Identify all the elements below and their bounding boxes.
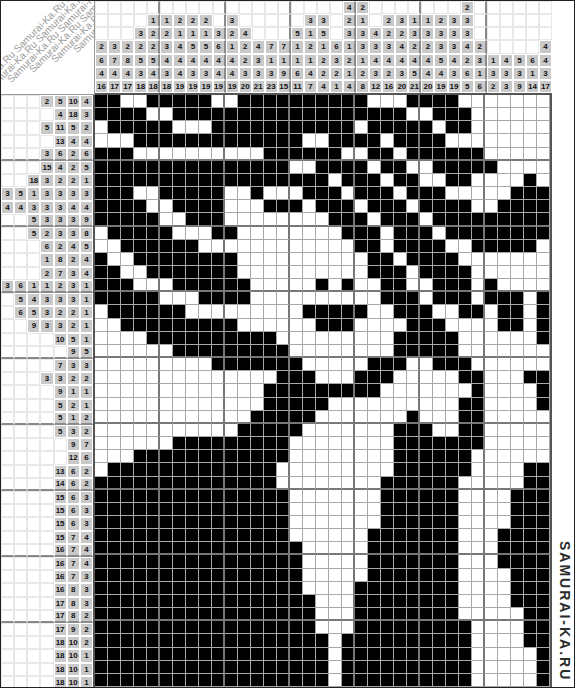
cell-r42-c35[interactable] bbox=[537, 634, 550, 647]
cell-r10-c30[interactable] bbox=[472, 213, 485, 226]
cell-r37-c18[interactable] bbox=[316, 569, 329, 582]
cell-r26-c27[interactable] bbox=[433, 424, 446, 437]
cell-r3-c9[interactable] bbox=[199, 121, 212, 134]
cell-r18-c7[interactable] bbox=[173, 319, 186, 332]
cell-r30-c18[interactable] bbox=[316, 477, 329, 490]
cell-r12-c31[interactable] bbox=[485, 240, 498, 253]
cell-r39-c23[interactable] bbox=[381, 595, 394, 608]
cell-r9-c10[interactable] bbox=[212, 200, 225, 213]
cell-r7-c28[interactable] bbox=[446, 174, 459, 187]
cell-r31-c28[interactable] bbox=[446, 490, 459, 503]
cell-r1-c4[interactable] bbox=[134, 95, 147, 108]
cell-r29-c21[interactable] bbox=[355, 463, 368, 476]
cell-r1-c28[interactable] bbox=[446, 95, 459, 108]
cell-r25-c7[interactable] bbox=[173, 411, 186, 424]
cell-r12-c28[interactable] bbox=[446, 240, 459, 253]
cell-r24-c29[interactable] bbox=[459, 398, 472, 411]
cell-r19-c13[interactable] bbox=[251, 332, 264, 345]
cell-r44-c4[interactable] bbox=[134, 661, 147, 674]
cell-r33-c25[interactable] bbox=[407, 516, 420, 529]
cell-r20-c16[interactable] bbox=[290, 345, 303, 358]
cell-r26-c5[interactable] bbox=[147, 424, 160, 437]
cell-r25-c18[interactable] bbox=[316, 411, 329, 424]
cell-r20-c29[interactable] bbox=[459, 345, 472, 358]
cell-r22-c24[interactable] bbox=[394, 371, 407, 384]
cell-r9-c21[interactable] bbox=[355, 200, 368, 213]
cell-r40-c30[interactable] bbox=[472, 608, 485, 621]
cell-r14-c8[interactable] bbox=[186, 266, 199, 279]
cell-r43-c8[interactable] bbox=[186, 648, 199, 661]
cell-r5-c20[interactable] bbox=[342, 148, 355, 161]
cell-r29-c26[interactable] bbox=[420, 463, 433, 476]
cell-r37-c33[interactable] bbox=[511, 569, 524, 582]
cell-r31-c22[interactable] bbox=[368, 490, 381, 503]
cell-r41-c15[interactable] bbox=[277, 621, 290, 634]
cell-r10-c9[interactable] bbox=[199, 213, 212, 226]
cell-r14-c30[interactable] bbox=[472, 266, 485, 279]
cell-r38-c11[interactable] bbox=[225, 582, 238, 595]
cell-r34-c6[interactable] bbox=[160, 529, 173, 542]
cell-r15-c3[interactable] bbox=[121, 279, 134, 292]
cell-r22-c15[interactable] bbox=[277, 371, 290, 384]
cell-r8-c5[interactable] bbox=[147, 187, 160, 200]
cell-r30-c12[interactable] bbox=[238, 477, 251, 490]
cell-r5-c35[interactable] bbox=[537, 148, 550, 161]
cell-r25-c20[interactable] bbox=[342, 411, 355, 424]
cell-r34-c26[interactable] bbox=[420, 529, 433, 542]
cell-r8-c31[interactable] bbox=[485, 187, 498, 200]
cell-r40-c3[interactable] bbox=[121, 608, 134, 621]
cell-r31-c14[interactable] bbox=[264, 490, 277, 503]
cell-r38-c29[interactable] bbox=[459, 582, 472, 595]
cell-r25-c11[interactable] bbox=[225, 411, 238, 424]
cell-r1-c20[interactable] bbox=[342, 95, 355, 108]
cell-r16-c13[interactable] bbox=[251, 292, 264, 305]
cell-r20-c13[interactable] bbox=[251, 345, 264, 358]
cell-r32-c29[interactable] bbox=[459, 503, 472, 516]
cell-r25-c22[interactable] bbox=[368, 411, 381, 424]
cell-r41-c20[interactable] bbox=[342, 621, 355, 634]
cell-r19-c3[interactable] bbox=[121, 332, 134, 345]
cell-r3-c20[interactable] bbox=[342, 121, 355, 134]
cell-r40-c15[interactable] bbox=[277, 608, 290, 621]
cell-r24-c18[interactable] bbox=[316, 398, 329, 411]
cell-r23-c34[interactable] bbox=[524, 384, 537, 397]
cell-r10-c8[interactable] bbox=[186, 213, 199, 226]
cell-r44-c26[interactable] bbox=[420, 661, 433, 674]
cell-r33-c29[interactable] bbox=[459, 516, 472, 529]
cell-r36-c14[interactable] bbox=[264, 555, 277, 568]
cell-r22-c9[interactable] bbox=[199, 371, 212, 384]
cell-r17-c23[interactable] bbox=[381, 305, 394, 318]
cell-r41-c8[interactable] bbox=[186, 621, 199, 634]
cell-r5-c32[interactable] bbox=[498, 148, 511, 161]
cell-r22-c33[interactable] bbox=[511, 371, 524, 384]
cell-r24-c20[interactable] bbox=[342, 398, 355, 411]
cell-r25-c12[interactable] bbox=[238, 411, 251, 424]
cell-r23-c25[interactable] bbox=[407, 384, 420, 397]
cell-r32-c4[interactable] bbox=[134, 503, 147, 516]
cell-r41-c21[interactable] bbox=[355, 621, 368, 634]
cell-r43-c22[interactable] bbox=[368, 648, 381, 661]
cell-r8-c19[interactable] bbox=[329, 187, 342, 200]
cell-r8-c10[interactable] bbox=[212, 187, 225, 200]
cell-r6-c10[interactable] bbox=[212, 161, 225, 174]
cell-r41-c6[interactable] bbox=[160, 621, 173, 634]
cell-r28-c35[interactable] bbox=[537, 450, 550, 463]
cell-r9-c5[interactable] bbox=[147, 200, 160, 213]
cell-r24-c31[interactable] bbox=[485, 398, 498, 411]
cell-r26-c24[interactable] bbox=[394, 424, 407, 437]
cell-r6-c13[interactable] bbox=[251, 161, 264, 174]
cell-r18-c4[interactable] bbox=[134, 319, 147, 332]
cell-r16-c14[interactable] bbox=[264, 292, 277, 305]
cell-r29-c22[interactable] bbox=[368, 463, 381, 476]
cell-r29-c5[interactable] bbox=[147, 463, 160, 476]
cell-r40-c10[interactable] bbox=[212, 608, 225, 621]
cell-r12-c2[interactable] bbox=[108, 240, 121, 253]
cell-r43-c30[interactable] bbox=[472, 648, 485, 661]
cell-r11-c8[interactable] bbox=[186, 227, 199, 240]
cell-r36-c31[interactable] bbox=[485, 555, 498, 568]
cell-r2-c5[interactable] bbox=[147, 108, 160, 121]
cell-r44-c10[interactable] bbox=[212, 661, 225, 674]
cell-r32-c19[interactable] bbox=[329, 503, 342, 516]
cell-r35-c1[interactable] bbox=[95, 542, 108, 555]
cell-r34-c22[interactable] bbox=[368, 529, 381, 542]
cell-r18-c17[interactable] bbox=[303, 319, 316, 332]
cell-r16-c27[interactable] bbox=[433, 292, 446, 305]
cell-r3-c31[interactable] bbox=[485, 121, 498, 134]
cell-r45-c3[interactable] bbox=[121, 674, 134, 687]
cell-r39-c24[interactable] bbox=[394, 595, 407, 608]
cell-r5-c16[interactable] bbox=[290, 148, 303, 161]
cell-r19-c33[interactable] bbox=[511, 332, 524, 345]
cell-r1-c16[interactable] bbox=[290, 95, 303, 108]
cell-r42-c11[interactable] bbox=[225, 634, 238, 647]
cell-r21-c35[interactable] bbox=[537, 358, 550, 371]
cell-r34-c24[interactable] bbox=[394, 529, 407, 542]
cell-r20-c6[interactable] bbox=[160, 345, 173, 358]
cell-r2-c20[interactable] bbox=[342, 108, 355, 121]
cell-r40-c26[interactable] bbox=[420, 608, 433, 621]
cell-r3-c16[interactable] bbox=[290, 121, 303, 134]
cell-r1-c9[interactable] bbox=[199, 95, 212, 108]
cell-r7-c23[interactable] bbox=[381, 174, 394, 187]
cell-r24-c17[interactable] bbox=[303, 398, 316, 411]
cell-r32-c28[interactable] bbox=[446, 503, 459, 516]
cell-r32-c15[interactable] bbox=[277, 503, 290, 516]
cell-r9-c34[interactable] bbox=[524, 200, 537, 213]
cell-r33-c30[interactable] bbox=[472, 516, 485, 529]
cell-r26-c1[interactable] bbox=[95, 424, 108, 437]
cell-r33-c20[interactable] bbox=[342, 516, 355, 529]
cell-r3-c34[interactable] bbox=[524, 121, 537, 134]
cell-r42-c24[interactable] bbox=[394, 634, 407, 647]
cell-r19-c28[interactable] bbox=[446, 332, 459, 345]
cell-r33-c32[interactable] bbox=[498, 516, 511, 529]
cell-r3-c8[interactable] bbox=[186, 121, 199, 134]
cell-r42-c20[interactable] bbox=[342, 634, 355, 647]
cell-r20-c14[interactable] bbox=[264, 345, 277, 358]
cell-r16-c15[interactable] bbox=[277, 292, 290, 305]
cell-r32-c1[interactable] bbox=[95, 503, 108, 516]
cell-r36-c8[interactable] bbox=[186, 555, 199, 568]
cell-r10-c29[interactable] bbox=[459, 213, 472, 226]
cell-r29-c10[interactable] bbox=[212, 463, 225, 476]
cell-r12-c11[interactable] bbox=[225, 240, 238, 253]
cell-r12-c12[interactable] bbox=[238, 240, 251, 253]
cell-r39-c34[interactable] bbox=[524, 595, 537, 608]
cell-r14-c33[interactable] bbox=[511, 266, 524, 279]
cell-r39-c2[interactable] bbox=[108, 595, 121, 608]
cell-r45-c19[interactable] bbox=[329, 674, 342, 687]
cell-r28-c5[interactable] bbox=[147, 450, 160, 463]
cell-r26-c4[interactable] bbox=[134, 424, 147, 437]
cell-r10-c31[interactable] bbox=[485, 213, 498, 226]
cell-r43-c23[interactable] bbox=[381, 648, 394, 661]
cell-r3-c17[interactable] bbox=[303, 121, 316, 134]
cell-r34-c33[interactable] bbox=[511, 529, 524, 542]
cell-r7-c26[interactable] bbox=[420, 174, 433, 187]
cell-r2-c12[interactable] bbox=[238, 108, 251, 121]
cell-r44-c18[interactable] bbox=[316, 661, 329, 674]
cell-r27-c1[interactable] bbox=[95, 437, 108, 450]
cell-r2-c8[interactable] bbox=[186, 108, 199, 121]
cell-r28-c24[interactable] bbox=[394, 450, 407, 463]
cell-r1-c23[interactable] bbox=[381, 95, 394, 108]
cell-r1-c22[interactable] bbox=[368, 95, 381, 108]
cell-r5-c22[interactable] bbox=[368, 148, 381, 161]
cell-r13-c35[interactable] bbox=[537, 253, 550, 266]
cell-r8-c29[interactable] bbox=[459, 187, 472, 200]
cell-r26-c11[interactable] bbox=[225, 424, 238, 437]
cell-r7-c20[interactable] bbox=[342, 174, 355, 187]
cell-r38-c10[interactable] bbox=[212, 582, 225, 595]
cell-r9-c29[interactable] bbox=[459, 200, 472, 213]
cell-r21-c3[interactable] bbox=[121, 358, 134, 371]
cell-r34-c27[interactable] bbox=[433, 529, 446, 542]
cell-r31-c17[interactable] bbox=[303, 490, 316, 503]
cell-r45-c2[interactable] bbox=[108, 674, 121, 687]
cell-r37-c3[interactable] bbox=[121, 569, 134, 582]
cell-r9-c8[interactable] bbox=[186, 200, 199, 213]
cell-r38-c20[interactable] bbox=[342, 582, 355, 595]
cell-r26-c13[interactable] bbox=[251, 424, 264, 437]
cell-r44-c7[interactable] bbox=[173, 661, 186, 674]
cell-r41-c16[interactable] bbox=[290, 621, 303, 634]
cell-r38-c12[interactable] bbox=[238, 582, 251, 595]
cell-r18-c24[interactable] bbox=[394, 319, 407, 332]
cell-r8-c23[interactable] bbox=[381, 187, 394, 200]
cell-r22-c25[interactable] bbox=[407, 371, 420, 384]
cell-r22-c3[interactable] bbox=[121, 371, 134, 384]
cell-r25-c5[interactable] bbox=[147, 411, 160, 424]
cell-r8-c4[interactable] bbox=[134, 187, 147, 200]
cell-r4-c9[interactable] bbox=[199, 134, 212, 147]
cell-r43-c34[interactable] bbox=[524, 648, 537, 661]
cell-r34-c25[interactable] bbox=[407, 529, 420, 542]
cell-r4-c28[interactable] bbox=[446, 134, 459, 147]
cell-r34-c16[interactable] bbox=[290, 529, 303, 542]
cell-r44-c24[interactable] bbox=[394, 661, 407, 674]
cell-r36-c7[interactable] bbox=[173, 555, 186, 568]
cell-r31-c29[interactable] bbox=[459, 490, 472, 503]
cell-r27-c22[interactable] bbox=[368, 437, 381, 450]
cell-r23-c33[interactable] bbox=[511, 384, 524, 397]
cell-r42-c34[interactable] bbox=[524, 634, 537, 647]
cell-r27-c34[interactable] bbox=[524, 437, 537, 450]
cell-r23-c22[interactable] bbox=[368, 384, 381, 397]
cell-r41-c27[interactable] bbox=[433, 621, 446, 634]
cell-r3-c24[interactable] bbox=[394, 121, 407, 134]
cell-r32-c17[interactable] bbox=[303, 503, 316, 516]
cell-r27-c3[interactable] bbox=[121, 437, 134, 450]
cell-r25-c28[interactable] bbox=[446, 411, 459, 424]
cell-r5-c28[interactable] bbox=[446, 148, 459, 161]
cell-r34-c3[interactable] bbox=[121, 529, 134, 542]
cell-r11-c3[interactable] bbox=[121, 227, 134, 240]
cell-r26-c19[interactable] bbox=[329, 424, 342, 437]
cell-r2-c14[interactable] bbox=[264, 108, 277, 121]
cell-r7-c1[interactable] bbox=[95, 174, 108, 187]
cell-r45-c7[interactable] bbox=[173, 674, 186, 687]
cell-r5-c14[interactable] bbox=[264, 148, 277, 161]
cell-r21-c23[interactable] bbox=[381, 358, 394, 371]
cell-r1-c26[interactable] bbox=[420, 95, 433, 108]
cell-r42-c17[interactable] bbox=[303, 634, 316, 647]
cell-r22-c4[interactable] bbox=[134, 371, 147, 384]
cell-r31-c25[interactable] bbox=[407, 490, 420, 503]
cell-r4-c33[interactable] bbox=[511, 134, 524, 147]
cell-r6-c19[interactable] bbox=[329, 161, 342, 174]
cell-r41-c25[interactable] bbox=[407, 621, 420, 634]
cell-r17-c26[interactable] bbox=[420, 305, 433, 318]
cell-r4-c13[interactable] bbox=[251, 134, 264, 147]
cell-r4-c6[interactable] bbox=[160, 134, 173, 147]
cell-r1-c10[interactable] bbox=[212, 95, 225, 108]
cell-r41-c7[interactable] bbox=[173, 621, 186, 634]
cell-r45-c14[interactable] bbox=[264, 674, 277, 687]
cell-r7-c15[interactable] bbox=[277, 174, 290, 187]
cell-r41-c23[interactable] bbox=[381, 621, 394, 634]
cell-r1-c7[interactable] bbox=[173, 95, 186, 108]
cell-r41-c10[interactable] bbox=[212, 621, 225, 634]
cell-r4-c11[interactable] bbox=[225, 134, 238, 147]
cell-r30-c5[interactable] bbox=[147, 477, 160, 490]
cell-r11-c35[interactable] bbox=[537, 227, 550, 240]
cell-r30-c34[interactable] bbox=[524, 477, 537, 490]
cell-r4-c24[interactable] bbox=[394, 134, 407, 147]
cell-r31-c32[interactable] bbox=[498, 490, 511, 503]
cell-r23-c28[interactable] bbox=[446, 384, 459, 397]
cell-r27-c29[interactable] bbox=[459, 437, 472, 450]
cell-r4-c30[interactable] bbox=[472, 134, 485, 147]
cell-r17-c7[interactable] bbox=[173, 305, 186, 318]
cell-r14-c26[interactable] bbox=[420, 266, 433, 279]
cell-r27-c8[interactable] bbox=[186, 437, 199, 450]
cell-r19-c29[interactable] bbox=[459, 332, 472, 345]
cell-r2-c4[interactable] bbox=[134, 108, 147, 121]
cell-r17-c11[interactable] bbox=[225, 305, 238, 318]
cell-r31-c33[interactable] bbox=[511, 490, 524, 503]
cell-r11-c2[interactable] bbox=[108, 227, 121, 240]
cell-r10-c11[interactable] bbox=[225, 213, 238, 226]
cell-r5-c24[interactable] bbox=[394, 148, 407, 161]
cell-r10-c23[interactable] bbox=[381, 213, 394, 226]
cell-r26-c18[interactable] bbox=[316, 424, 329, 437]
cell-r18-c30[interactable] bbox=[472, 319, 485, 332]
cell-r16-c10[interactable] bbox=[212, 292, 225, 305]
cell-r11-c34[interactable] bbox=[524, 227, 537, 240]
cell-r37-c7[interactable] bbox=[173, 569, 186, 582]
cell-r42-c27[interactable] bbox=[433, 634, 446, 647]
cell-r6-c23[interactable] bbox=[381, 161, 394, 174]
cell-r23-c29[interactable] bbox=[459, 384, 472, 397]
cell-r5-c11[interactable] bbox=[225, 148, 238, 161]
cell-r32-c14[interactable] bbox=[264, 503, 277, 516]
cell-r9-c7[interactable] bbox=[173, 200, 186, 213]
cell-r36-c30[interactable] bbox=[472, 555, 485, 568]
cell-r42-c2[interactable] bbox=[108, 634, 121, 647]
cell-r28-c31[interactable] bbox=[485, 450, 498, 463]
cell-r34-c18[interactable] bbox=[316, 529, 329, 542]
cell-r12-c29[interactable] bbox=[459, 240, 472, 253]
cell-r16-c29[interactable] bbox=[459, 292, 472, 305]
cell-r45-c12[interactable] bbox=[238, 674, 251, 687]
cell-r23-c21[interactable] bbox=[355, 384, 368, 397]
cell-r36-c34[interactable] bbox=[524, 555, 537, 568]
cell-r32-c10[interactable] bbox=[212, 503, 225, 516]
cell-r24-c25[interactable] bbox=[407, 398, 420, 411]
cell-r36-c21[interactable] bbox=[355, 555, 368, 568]
cell-r14-c9[interactable] bbox=[199, 266, 212, 279]
cell-r42-c10[interactable] bbox=[212, 634, 225, 647]
cell-r36-c4[interactable] bbox=[134, 555, 147, 568]
cell-r23-c31[interactable] bbox=[485, 384, 498, 397]
cell-r37-c6[interactable] bbox=[160, 569, 173, 582]
cell-r35-c18[interactable] bbox=[316, 542, 329, 555]
cell-r28-c13[interactable] bbox=[251, 450, 264, 463]
cell-r13-c8[interactable] bbox=[186, 253, 199, 266]
cell-r27-c5[interactable] bbox=[147, 437, 160, 450]
cell-r8-c12[interactable] bbox=[238, 187, 251, 200]
cell-r33-c34[interactable] bbox=[524, 516, 537, 529]
cell-r15-c10[interactable] bbox=[212, 279, 225, 292]
cell-r36-c10[interactable] bbox=[212, 555, 225, 568]
cell-r38-c16[interactable] bbox=[290, 582, 303, 595]
cell-r28-c7[interactable] bbox=[173, 450, 186, 463]
cell-r20-c21[interactable] bbox=[355, 345, 368, 358]
cell-r2-c2[interactable] bbox=[108, 108, 121, 121]
cell-r6-c30[interactable] bbox=[472, 161, 485, 174]
cell-r5-c9[interactable] bbox=[199, 148, 212, 161]
cell-r15-c31[interactable] bbox=[485, 279, 498, 292]
cell-r10-c2[interactable] bbox=[108, 213, 121, 226]
cell-r39-c1[interactable] bbox=[95, 595, 108, 608]
cell-r9-c28[interactable] bbox=[446, 200, 459, 213]
cell-r34-c4[interactable] bbox=[134, 529, 147, 542]
cell-r44-c19[interactable] bbox=[329, 661, 342, 674]
cell-r38-c4[interactable] bbox=[134, 582, 147, 595]
cell-r27-c12[interactable] bbox=[238, 437, 251, 450]
cell-r6-c25[interactable] bbox=[407, 161, 420, 174]
cell-r22-c13[interactable] bbox=[251, 371, 264, 384]
cell-r35-c16[interactable] bbox=[290, 542, 303, 555]
cell-r18-c28[interactable] bbox=[446, 319, 459, 332]
cell-r12-c32[interactable] bbox=[498, 240, 511, 253]
cell-r7-c22[interactable] bbox=[368, 174, 381, 187]
